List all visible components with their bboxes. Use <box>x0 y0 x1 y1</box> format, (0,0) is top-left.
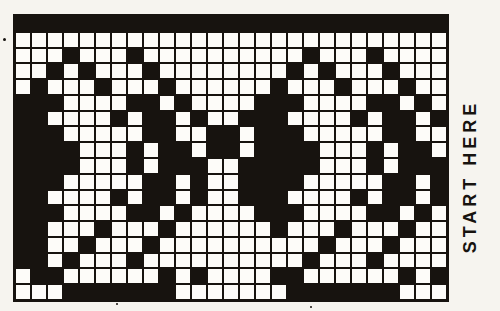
chart-cell-r9c19 <box>319 158 335 174</box>
chart-cell-r0c0 <box>15 16 31 32</box>
chart-cell-r16c0 <box>15 268 31 284</box>
chart-cell-r4c26 <box>431 79 447 95</box>
chart-cell-r7c17 <box>287 126 303 142</box>
chart-cell-r17c3 <box>63 284 79 300</box>
chart-cell-r3c4 <box>79 63 95 79</box>
chart-cell-r17c18 <box>303 284 319 300</box>
chart-cell-r15c25 <box>415 253 431 269</box>
scan-speck-2 <box>310 306 312 308</box>
chart-cell-r6c18 <box>303 111 319 127</box>
chart-cell-r8c4 <box>79 142 95 158</box>
chart-cell-r7c21 <box>351 126 367 142</box>
chart-cell-r0c14 <box>239 16 255 32</box>
chart-cell-r10c21 <box>351 174 367 190</box>
chart-cell-r7c2 <box>47 126 63 142</box>
chart-cell-r6c25 <box>415 111 431 127</box>
chart-cell-r14c1 <box>31 237 47 253</box>
chart-cell-r5c8 <box>143 95 159 111</box>
chart-cell-r17c12 <box>207 284 223 300</box>
chart-cell-r16c19 <box>319 268 335 284</box>
chart-cell-r13c10 <box>175 221 191 237</box>
chart-cell-r6c15 <box>255 111 271 127</box>
chart-cell-r12c15 <box>255 205 271 221</box>
chart-cell-r15c1 <box>31 253 47 269</box>
chart-cell-r6c8 <box>143 111 159 127</box>
chart-cell-r14c3 <box>63 237 79 253</box>
chart-cell-r1c25 <box>415 32 431 48</box>
chart-cell-r5c25 <box>415 95 431 111</box>
chart-cell-r2c4 <box>79 48 95 64</box>
chart-cell-r1c17 <box>287 32 303 48</box>
chart-cell-r13c5 <box>95 221 111 237</box>
chart-cell-r8c24 <box>399 142 415 158</box>
chart-cell-r3c5 <box>95 63 111 79</box>
chart-cell-r14c17 <box>287 237 303 253</box>
chart-cell-r12c24 <box>399 205 415 221</box>
chart-cell-r17c26 <box>431 284 447 300</box>
chart-cell-r13c2 <box>47 221 63 237</box>
chart-cell-r17c5 <box>95 284 111 300</box>
chart-cell-r7c20 <box>335 126 351 142</box>
chart-cell-r14c11 <box>191 237 207 253</box>
chart-cell-r5c26 <box>431 95 447 111</box>
chart-cell-r0c8 <box>143 16 159 32</box>
chart-cell-r13c14 <box>239 221 255 237</box>
chart-cell-r5c2 <box>47 95 63 111</box>
chart-cell-r6c6 <box>111 111 127 127</box>
chart-cell-r12c18 <box>303 205 319 221</box>
chart-cell-r5c17 <box>287 95 303 111</box>
chart-cell-r2c24 <box>399 48 415 64</box>
chart-cell-r8c22 <box>367 142 383 158</box>
chart-cell-r13c22 <box>367 221 383 237</box>
chart-cell-r17c17 <box>287 284 303 300</box>
chart-cell-r12c1 <box>31 205 47 221</box>
chart-cell-r7c0 <box>15 126 31 142</box>
chart-cell-r14c25 <box>415 237 431 253</box>
chart-cell-r12c10 <box>175 205 191 221</box>
chart-cell-r14c15 <box>255 237 271 253</box>
chart-cell-r2c3 <box>63 48 79 64</box>
chart-cell-r17c20 <box>335 284 351 300</box>
chart-cell-r12c9 <box>159 205 175 221</box>
chart-cell-r11c20 <box>335 190 351 206</box>
chart-cell-r4c12 <box>207 79 223 95</box>
chart-cell-r7c23 <box>383 126 399 142</box>
chart-cell-r1c22 <box>367 32 383 48</box>
chart-cell-r15c20 <box>335 253 351 269</box>
chart-cell-r15c18 <box>303 253 319 269</box>
chart-cell-r10c25 <box>415 174 431 190</box>
chart-cell-r9c23 <box>383 158 399 174</box>
chart-cell-r11c25 <box>415 190 431 206</box>
chart-cell-r10c9 <box>159 174 175 190</box>
chart-cell-r12c16 <box>271 205 287 221</box>
chart-cell-r3c19 <box>319 63 335 79</box>
chart-cell-r8c0 <box>15 142 31 158</box>
chart-cell-r7c18 <box>303 126 319 142</box>
chart-cell-r17c11 <box>191 284 207 300</box>
chart-cell-r1c7 <box>127 32 143 48</box>
chart-cell-r8c20 <box>335 142 351 158</box>
chart-cell-r9c7 <box>127 158 143 174</box>
chart-cell-r15c17 <box>287 253 303 269</box>
chart-cell-r15c9 <box>159 253 175 269</box>
chart-cell-r2c7 <box>127 48 143 64</box>
chart-cell-r13c15 <box>255 221 271 237</box>
chart-cell-r15c21 <box>351 253 367 269</box>
chart-cell-r6c26 <box>431 111 447 127</box>
chart-cell-r4c22 <box>367 79 383 95</box>
chart-cell-r5c4 <box>79 95 95 111</box>
chart-cell-r2c18 <box>303 48 319 64</box>
chart-cell-r16c16 <box>271 268 287 284</box>
chart-cell-r7c22 <box>367 126 383 142</box>
chart-cell-r3c21 <box>351 63 367 79</box>
chart-cell-r3c18 <box>303 63 319 79</box>
chart-cell-r15c16 <box>271 253 287 269</box>
chart-cell-r5c5 <box>95 95 111 111</box>
chart-cell-r13c0 <box>15 221 31 237</box>
chart-cell-r12c3 <box>63 205 79 221</box>
chart-cell-r16c26 <box>431 268 447 284</box>
chart-cell-r1c10 <box>175 32 191 48</box>
chart-cell-r10c10 <box>175 174 191 190</box>
chart-cell-r14c16 <box>271 237 287 253</box>
chart-cell-r6c1 <box>31 111 47 127</box>
chart-cell-r14c9 <box>159 237 175 253</box>
chart-cell-r13c17 <box>287 221 303 237</box>
chart-cell-r1c9 <box>159 32 175 48</box>
chart-cell-r6c20 <box>335 111 351 127</box>
chart-cell-r4c0 <box>15 79 31 95</box>
chart-cell-r0c17 <box>287 16 303 32</box>
chart-cell-r14c5 <box>95 237 111 253</box>
chart-cell-r10c24 <box>399 174 415 190</box>
chart-cell-r8c21 <box>351 142 367 158</box>
chart-cell-r16c7 <box>127 268 143 284</box>
chart-cell-r13c18 <box>303 221 319 237</box>
chart-cell-r1c15 <box>255 32 271 48</box>
chart-cell-r9c25 <box>415 158 431 174</box>
chart-cell-r8c17 <box>287 142 303 158</box>
chart-cell-r13c13 <box>223 221 239 237</box>
chart-cell-r14c8 <box>143 237 159 253</box>
chart-cell-r9c1 <box>31 158 47 174</box>
chart-cell-r6c13 <box>223 111 239 127</box>
chart-cell-r0c4 <box>79 16 95 32</box>
chart-cell-r8c1 <box>31 142 47 158</box>
chart-cell-r2c14 <box>239 48 255 64</box>
chart-cell-r11c21 <box>351 190 367 206</box>
chart-cell-r1c3 <box>63 32 79 48</box>
chart-cell-r9c3 <box>63 158 79 174</box>
chart-cell-r5c3 <box>63 95 79 111</box>
chart-cell-r13c8 <box>143 221 159 237</box>
chart-cell-r8c12 <box>207 142 223 158</box>
chart-cell-r4c16 <box>271 79 287 95</box>
chart-cell-r3c2 <box>47 63 63 79</box>
chart-cell-r4c2 <box>47 79 63 95</box>
chart-cell-r6c4 <box>79 111 95 127</box>
chart-cell-r8c8 <box>143 142 159 158</box>
chart-cell-r17c25 <box>415 284 431 300</box>
chart-cell-r7c19 <box>319 126 335 142</box>
chart-cell-r6c21 <box>351 111 367 127</box>
scan-speck-1 <box>116 303 118 305</box>
chart-cell-r7c24 <box>399 126 415 142</box>
chart-cell-r2c26 <box>431 48 447 64</box>
chart-cell-r1c0 <box>15 32 31 48</box>
chart-cell-r9c6 <box>111 158 127 174</box>
chart-cell-r8c11 <box>191 142 207 158</box>
chart-cell-r4c5 <box>95 79 111 95</box>
chart-cell-r15c26 <box>431 253 447 269</box>
chart-cell-r11c3 <box>63 190 79 206</box>
chart-cell-r7c26 <box>431 126 447 142</box>
chart-cell-r0c2 <box>47 16 63 32</box>
chart-cell-r10c8 <box>143 174 159 190</box>
chart-cell-r14c12 <box>207 237 223 253</box>
chart-cell-r10c0 <box>15 174 31 190</box>
chart-cell-r12c17 <box>287 205 303 221</box>
chart-cell-r5c22 <box>367 95 383 111</box>
chart-cell-r10c2 <box>47 174 63 190</box>
chart-cell-r3c10 <box>175 63 191 79</box>
chart-cell-r16c3 <box>63 268 79 284</box>
chart-cell-r4c25 <box>415 79 431 95</box>
chart-cell-r3c9 <box>159 63 175 79</box>
chart-cell-r10c17 <box>287 174 303 190</box>
chart-cell-r7c1 <box>31 126 47 142</box>
chart-cell-r2c2 <box>47 48 63 64</box>
chart-cell-r13c16 <box>271 221 287 237</box>
chart-cell-r13c9 <box>159 221 175 237</box>
chart-cell-r0c18 <box>303 16 319 32</box>
chart-cell-r9c0 <box>15 158 31 174</box>
chart-cell-r16c5 <box>95 268 111 284</box>
chart-cell-r3c25 <box>415 63 431 79</box>
chart-cell-r7c25 <box>415 126 431 142</box>
chart-cell-r3c22 <box>367 63 383 79</box>
chart-cell-r14c22 <box>367 237 383 253</box>
chart-cell-r11c6 <box>111 190 127 206</box>
chart-cell-r4c19 <box>319 79 335 95</box>
chart-cell-r11c11 <box>191 190 207 206</box>
chart-cell-r6c14 <box>239 111 255 127</box>
chart-cell-r0c26 <box>431 16 447 32</box>
chart-cell-r0c19 <box>319 16 335 32</box>
chart-cell-r2c17 <box>287 48 303 64</box>
chart-cell-r11c0 <box>15 190 31 206</box>
chart-cell-r17c24 <box>399 284 415 300</box>
chart-cell-r2c8 <box>143 48 159 64</box>
chart-cell-r16c11 <box>191 268 207 284</box>
chart-cell-r0c15 <box>255 16 271 32</box>
chart-cell-r4c24 <box>399 79 415 95</box>
chart-cell-r1c11 <box>191 32 207 48</box>
chart-cell-r14c21 <box>351 237 367 253</box>
chart-cell-r15c7 <box>127 253 143 269</box>
chart-cell-r13c1 <box>31 221 47 237</box>
chart-cell-r17c8 <box>143 284 159 300</box>
chart-cell-r5c11 <box>191 95 207 111</box>
chart-cell-r16c25 <box>415 268 431 284</box>
chart-cell-r11c24 <box>399 190 415 206</box>
chart-cell-r17c4 <box>79 284 95 300</box>
chart-cell-r5c21 <box>351 95 367 111</box>
chart-cell-r6c9 <box>159 111 175 127</box>
chart-cell-r0c21 <box>351 16 367 32</box>
chart-cell-r16c20 <box>335 268 351 284</box>
chart-cell-r8c18 <box>303 142 319 158</box>
chart-cell-r16c21 <box>351 268 367 284</box>
chart-cell-r1c23 <box>383 32 399 48</box>
chart-cell-r16c14 <box>239 268 255 284</box>
chart-cell-r8c5 <box>95 142 111 158</box>
chart-cell-r14c0 <box>15 237 31 253</box>
chart-cell-r16c10 <box>175 268 191 284</box>
chart-cell-r4c13 <box>223 79 239 95</box>
chart-cell-r2c23 <box>383 48 399 64</box>
chart-cell-r14c6 <box>111 237 127 253</box>
chart-cell-r16c2 <box>47 268 63 284</box>
chart-cell-r8c26 <box>431 142 447 158</box>
chart-cell-r14c24 <box>399 237 415 253</box>
chart-cell-r12c26 <box>431 205 447 221</box>
chart-cell-r13c11 <box>191 221 207 237</box>
chart-cell-r10c26 <box>431 174 447 190</box>
chart-cell-r0c16 <box>271 16 287 32</box>
chart-cell-r0c9 <box>159 16 175 32</box>
chart-cell-r4c21 <box>351 79 367 95</box>
chart-cell-r3c8 <box>143 63 159 79</box>
chart-cell-r16c1 <box>31 268 47 284</box>
chart-cell-r17c16 <box>271 284 287 300</box>
chart-cell-r4c7 <box>127 79 143 95</box>
chart-sheet: START HERE <box>0 0 500 311</box>
chart-cell-r11c22 <box>367 190 383 206</box>
chart-cell-r11c9 <box>159 190 175 206</box>
chart-cell-r6c19 <box>319 111 335 127</box>
chart-cell-r15c3 <box>63 253 79 269</box>
chart-cell-r6c3 <box>63 111 79 127</box>
start-here-label: START HERE <box>461 99 482 253</box>
chart-cell-r13c6 <box>111 221 127 237</box>
chart-cell-r10c22 <box>367 174 383 190</box>
chart-cell-r13c20 <box>335 221 351 237</box>
chart-cell-r11c17 <box>287 190 303 206</box>
chart-cell-r10c5 <box>95 174 111 190</box>
chart-cell-r15c23 <box>383 253 399 269</box>
chart-cell-r9c12 <box>207 158 223 174</box>
chart-cell-r2c21 <box>351 48 367 64</box>
chart-cell-r17c1 <box>31 284 47 300</box>
chart-cell-r15c6 <box>111 253 127 269</box>
chart-cell-r9c15 <box>255 158 271 174</box>
chart-cell-r9c26 <box>431 158 447 174</box>
chart-cell-r8c9 <box>159 142 175 158</box>
chart-cell-r7c9 <box>159 126 175 142</box>
chart-cell-r5c6 <box>111 95 127 111</box>
chart-cell-r11c4 <box>79 190 95 206</box>
chart-cell-r11c19 <box>319 190 335 206</box>
chart-cell-r11c16 <box>271 190 287 206</box>
chart-cell-r15c8 <box>143 253 159 269</box>
chart-cell-r15c13 <box>223 253 239 269</box>
chart-cell-r3c20 <box>335 63 351 79</box>
chart-cell-r11c26 <box>431 190 447 206</box>
chart-cell-r1c20 <box>335 32 351 48</box>
chart-cell-r9c18 <box>303 158 319 174</box>
chart-cell-r1c26 <box>431 32 447 48</box>
chart-cell-r10c14 <box>239 174 255 190</box>
chart-cell-r0c25 <box>415 16 431 32</box>
chart-cell-r7c3 <box>63 126 79 142</box>
chart-cell-r1c5 <box>95 32 111 48</box>
chart-cell-r7c14 <box>239 126 255 142</box>
chart-cell-r13c12 <box>207 221 223 237</box>
chart-cell-r0c11 <box>191 16 207 32</box>
chart-cell-r4c18 <box>303 79 319 95</box>
chart-cell-r12c4 <box>79 205 95 221</box>
chart-cell-r0c1 <box>31 16 47 32</box>
chart-cell-r8c6 <box>111 142 127 158</box>
chart-cell-r4c15 <box>255 79 271 95</box>
chart-cell-r9c4 <box>79 158 95 174</box>
chart-cell-r11c1 <box>31 190 47 206</box>
chart-cell-r6c17 <box>287 111 303 127</box>
chart-cell-r5c15 <box>255 95 271 111</box>
chart-cell-r6c12 <box>207 111 223 127</box>
chart-cell-r2c12 <box>207 48 223 64</box>
chart-cell-r17c6 <box>111 284 127 300</box>
chart-cell-r16c9 <box>159 268 175 284</box>
chart-cell-r1c13 <box>223 32 239 48</box>
chart-cell-r2c10 <box>175 48 191 64</box>
chart-cell-r5c0 <box>15 95 31 111</box>
chart-cell-r17c2 <box>47 284 63 300</box>
chart-cell-r3c14 <box>239 63 255 79</box>
chart-cell-r12c2 <box>47 205 63 221</box>
chart-cell-r9c13 <box>223 158 239 174</box>
chart-cell-r14c19 <box>319 237 335 253</box>
chart-cell-r10c15 <box>255 174 271 190</box>
chart-cell-r4c1 <box>31 79 47 95</box>
chart-cell-r0c7 <box>127 16 143 32</box>
chart-cell-r12c14 <box>239 205 255 221</box>
chart-cell-r15c11 <box>191 253 207 269</box>
chart-cell-r15c4 <box>79 253 95 269</box>
chart-cell-r5c19 <box>319 95 335 111</box>
chart-cell-r6c5 <box>95 111 111 127</box>
chart-cell-r5c20 <box>335 95 351 111</box>
chart-cell-r11c18 <box>303 190 319 206</box>
scan-speck-0 <box>3 38 6 41</box>
chart-cell-r10c1 <box>31 174 47 190</box>
chart-cell-r3c0 <box>15 63 31 79</box>
chart-cell-r12c23 <box>383 205 399 221</box>
chart-cell-r6c10 <box>175 111 191 127</box>
chart-cell-r16c17 <box>287 268 303 284</box>
chart-cell-r17c21 <box>351 284 367 300</box>
chart-cell-r16c8 <box>143 268 159 284</box>
chart-cell-r12c8 <box>143 205 159 221</box>
chart-cell-r9c9 <box>159 158 175 174</box>
chart-cell-r3c26 <box>431 63 447 79</box>
chart-cell-r16c23 <box>383 268 399 284</box>
chart-cell-r0c23 <box>383 16 399 32</box>
